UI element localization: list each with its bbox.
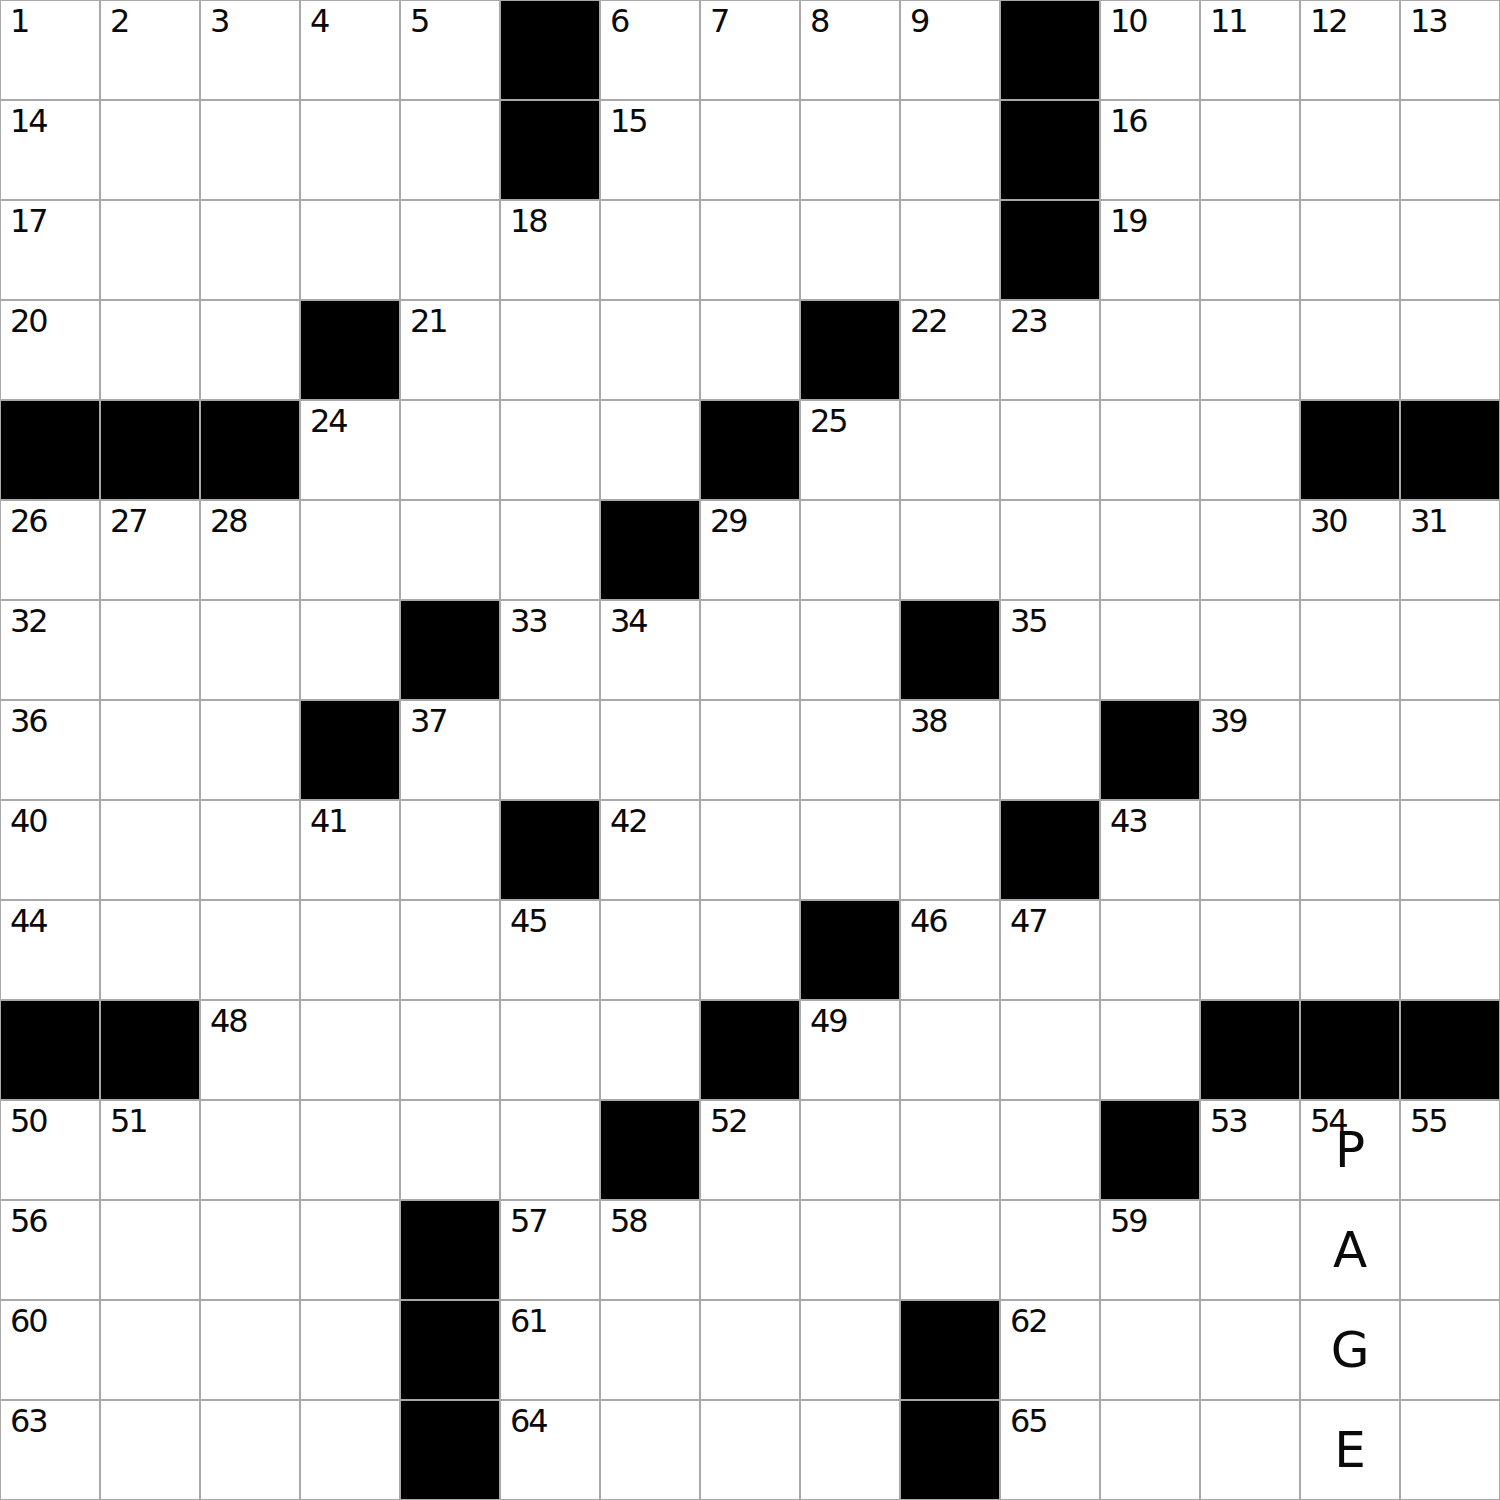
grid-cell[interactable] [1300,300,1400,400]
grid-cell[interactable] [100,1300,200,1400]
grid-cell[interactable]: 27 [100,500,200,600]
grid-cell[interactable] [500,300,600,400]
clue-number: 47 [1010,905,1047,937]
grid-cell[interactable]: 24 [300,400,400,500]
grid-cell[interactable]: 41 [300,800,400,900]
black-cell [0,1000,100,1100]
grid-cell[interactable] [400,1100,500,1200]
grid-cell[interactable] [800,100,900,200]
grid-cell[interactable]: 8 [800,0,900,100]
clue-number: 62 [1010,1305,1047,1337]
black-cell [400,1300,500,1400]
grid-cell[interactable] [300,1000,400,1100]
grid-cell[interactable] [900,1000,1000,1100]
grid-cell[interactable] [1300,600,1400,700]
grid-cell[interactable] [1300,800,1400,900]
grid-cell[interactable] [600,1300,700,1400]
grid-cell[interactable] [900,500,1000,600]
grid-cell[interactable]: 38 [900,700,1000,800]
grid-cell[interactable] [300,600,400,700]
black-cell [900,600,1000,700]
clue-number: 63 [10,1405,47,1437]
grid-cell[interactable] [1300,200,1400,300]
clue-number: 50 [10,1105,47,1137]
grid-cell[interactable] [800,1100,900,1200]
grid-cell[interactable] [700,100,800,200]
black-cell [1100,700,1200,800]
grid-cell[interactable] [200,700,300,800]
grid-cell[interactable]: 1 [0,0,100,100]
grid-cell[interactable]: 59 [1100,1200,1200,1300]
grid-cell[interactable] [1100,500,1200,600]
grid-cell[interactable] [600,200,700,300]
grid-cell[interactable]: 32 [0,600,100,700]
grid-cell[interactable]: 49 [800,1000,900,1100]
clue-number: 10 [1110,5,1147,37]
clue-number: 16 [1110,105,1147,137]
grid-cell[interactable] [1000,400,1100,500]
clue-number: 58 [610,1205,647,1237]
grid-cell[interactable]: 7 [700,0,800,100]
grid-cell[interactable] [1200,200,1300,300]
grid-cell[interactable] [1200,1400,1300,1500]
clue-number: 33 [510,605,547,637]
grid-cell[interactable] [200,300,300,400]
black-cell [400,1200,500,1300]
grid-cell[interactable]: 21 [400,300,500,400]
grid-cell[interactable]: G [1300,1300,1400,1400]
grid-cell[interactable] [1400,1400,1500,1500]
clue-number: 41 [310,805,347,837]
grid-cell[interactable]: 29 [700,500,800,600]
grid-cell[interactable] [700,200,800,300]
grid-cell[interactable]: 39 [1200,700,1300,800]
grid-cell[interactable] [700,700,800,800]
grid-cell[interactable] [1200,600,1300,700]
grid-cell[interactable]: 22 [900,300,1000,400]
grid-cell[interactable] [100,1200,200,1300]
clue-number: 18 [510,205,547,237]
clue-number: 55 [1410,1105,1447,1137]
clue-number: 24 [310,405,347,437]
grid-cell[interactable] [1400,600,1500,700]
black-cell [100,400,200,500]
grid-cell[interactable]: 56 [0,1200,100,1300]
clue-number: 32 [10,605,47,637]
grid-cell[interactable] [700,600,800,700]
black-cell [600,1100,700,1200]
grid-cell[interactable]: 51 [100,1100,200,1200]
grid-cell[interactable] [100,100,200,200]
grid-cell[interactable] [1400,900,1500,1000]
grid-cell[interactable] [200,600,300,700]
black-cell [200,400,300,500]
clue-number: 46 [910,905,947,937]
clue-number: 56 [10,1205,47,1237]
grid-cell[interactable] [400,800,500,900]
grid-cell[interactable] [200,100,300,200]
grid-cell[interactable] [1200,500,1300,600]
grid-cell[interactable] [200,900,300,1000]
black-cell [1000,100,1100,200]
black-cell [600,500,700,600]
black-cell [500,100,600,200]
black-cell [1300,1000,1400,1100]
clue-number: 28 [210,505,247,537]
grid-cell[interactable] [1200,100,1300,200]
clue-number: 26 [10,505,47,537]
grid-cell[interactable]: 36 [0,700,100,800]
clue-number: 48 [210,1005,247,1037]
black-cell [700,400,800,500]
clue-number: 20 [10,305,47,337]
grid-cell[interactable] [1400,700,1500,800]
grid-cell[interactable]: 4 [300,0,400,100]
clue-number: 34 [610,605,647,637]
grid-cell[interactable] [200,800,300,900]
grid-cell[interactable] [600,900,700,1000]
grid-cell[interactable] [100,1400,200,1500]
cell-letter: P [1301,1101,1399,1199]
grid-cell[interactable] [1100,400,1200,500]
grid-cell[interactable] [1400,300,1500,400]
grid-cell[interactable] [900,1200,1000,1300]
grid-cell[interactable]: 60 [0,1300,100,1400]
cell-letter: G [1301,1301,1399,1399]
clue-number: 37 [410,705,447,737]
grid-cell[interactable] [700,1400,800,1500]
cell-letter: E [1301,1401,1399,1499]
grid-cell[interactable] [900,800,1000,900]
black-cell [500,800,600,900]
grid-cell[interactable] [1200,1300,1300,1400]
clue-number: 8 [810,5,828,37]
clue-number: 44 [10,905,47,937]
clue-number: 38 [910,705,947,737]
black-cell [400,600,500,700]
clue-number: 15 [610,105,647,137]
grid-cell[interactable]: E [1300,1400,1400,1500]
grid-cell[interactable] [1100,1400,1200,1500]
grid-cell[interactable] [600,400,700,500]
clue-number: 51 [110,1105,147,1137]
grid-cell[interactable] [200,200,300,300]
grid-cell[interactable] [200,1200,300,1300]
black-cell [1000,200,1100,300]
grid-cell[interactable] [100,700,200,800]
grid-cell[interactable] [200,1400,300,1500]
grid-cell[interactable] [100,900,200,1000]
grid-cell[interactable]: 47 [1000,900,1100,1000]
grid-cell[interactable]: 19 [1100,200,1200,300]
black-cell [1400,400,1500,500]
grid-cell[interactable]: 42 [600,800,700,900]
grid-cell[interactable]: 20 [0,300,100,400]
grid-cell[interactable] [900,200,1000,300]
grid-cell[interactable] [400,100,500,200]
clue-number: 39 [1210,705,1247,737]
grid-cell[interactable]: 62 [1000,1300,1100,1400]
grid-cell[interactable]: 55 [1400,1100,1500,1200]
grid-cell[interactable] [600,300,700,400]
grid-cell[interactable] [800,1400,900,1500]
grid-cell[interactable] [800,200,900,300]
grid-cell[interactable] [1100,600,1200,700]
clue-number: 65 [1010,1405,1047,1437]
grid-cell[interactable]: 18 [500,200,600,300]
black-cell [1400,1000,1500,1100]
clue-number: 21 [410,305,447,337]
clue-number: 43 [1110,805,1147,837]
grid-cell[interactable] [700,1200,800,1300]
grid-cell[interactable] [1100,1300,1200,1400]
clue-number: 49 [810,1005,847,1037]
grid-cell[interactable] [100,300,200,400]
clue-number: 29 [710,505,747,537]
clue-number: 11 [1210,5,1247,37]
grid-cell[interactable]: 48 [200,1000,300,1100]
grid-cell[interactable]: 3 [200,0,300,100]
clue-number: 25 [810,405,847,437]
grid-cell[interactable] [900,1100,1000,1200]
black-cell [700,1000,800,1100]
grid-cell[interactable] [1100,1000,1200,1100]
clue-number: 61 [510,1305,547,1337]
black-cell [900,1300,1000,1400]
grid-cell[interactable]: 28 [200,500,300,600]
grid-cell[interactable] [100,800,200,900]
grid-cell[interactable]: 25 [800,400,900,500]
black-cell [0,400,100,500]
grid-cell[interactable] [600,700,700,800]
clue-number: 60 [10,1305,47,1337]
black-cell [1000,800,1100,900]
clue-number: 59 [1110,1205,1147,1237]
grid-cell[interactable] [700,900,800,1000]
crossword-grid: 1234567891011121314151617181920212223242… [0,0,1500,1500]
grid-cell[interactable] [1200,300,1300,400]
grid-cell[interactable]: 15 [600,100,700,200]
clue-number: 13 [1410,5,1447,37]
grid-cell[interactable] [400,900,500,1000]
grid-cell[interactable] [400,200,500,300]
grid-cell[interactable]: 16 [1100,100,1200,200]
grid-cell[interactable] [800,600,900,700]
black-cell [300,700,400,800]
grid-cell[interactable] [300,900,400,1000]
grid-cell[interactable]: 37 [400,700,500,800]
black-cell [400,1400,500,1500]
clue-number: 6 [610,5,628,37]
grid-cell[interactable] [800,700,900,800]
clue-number: 52 [710,1105,747,1137]
grid-cell[interactable] [1000,1100,1100,1200]
grid-cell[interactable] [300,1200,400,1300]
grid-cell[interactable]: 54P [1300,1100,1400,1200]
grid-cell[interactable] [1100,900,1200,1000]
grid-cell[interactable] [500,1000,600,1100]
grid-cell[interactable] [1000,1200,1100,1300]
grid-cell[interactable] [1200,800,1300,900]
grid-cell[interactable]: 14 [0,100,100,200]
grid-cell[interactable]: 5 [400,0,500,100]
grid-cell[interactable]: 40 [0,800,100,900]
grid-cell[interactable] [300,1400,400,1500]
black-cell [800,900,900,1000]
grid-cell[interactable]: 53 [1200,1100,1300,1200]
grid-cell[interactable]: 17 [0,200,100,300]
grid-cell[interactable]: 52 [700,1100,800,1200]
grid-cell[interactable] [1100,300,1200,400]
black-cell [1300,400,1400,500]
grid-cell[interactable] [500,1100,600,1200]
clue-number: 7 [710,5,728,37]
clue-number: 30 [1310,505,1347,537]
grid-cell[interactable] [500,700,600,800]
grid-cell[interactable]: 45 [500,900,600,1000]
grid-cell[interactable] [1300,100,1400,200]
grid-cell[interactable] [1000,500,1100,600]
grid-cell[interactable] [700,300,800,400]
clue-number: 64 [510,1405,547,1437]
grid-cell[interactable]: 31 [1400,500,1500,600]
grid-cell[interactable]: 23 [1000,300,1100,400]
grid-cell[interactable] [300,1100,400,1200]
grid-cell[interactable] [1400,1300,1500,1400]
grid-cell[interactable] [500,400,600,500]
grid-cell[interactable]: 10 [1100,0,1200,100]
grid-cell[interactable] [800,500,900,600]
clue-number: 57 [510,1205,547,1237]
grid-cell[interactable]: 30 [1300,500,1400,600]
black-cell [1000,0,1100,100]
clue-number: 3 [210,5,228,37]
grid-cell[interactable]: 9 [900,0,1000,100]
grid-cell[interactable]: 57 [500,1200,600,1300]
black-cell [900,1400,1000,1500]
grid-cell[interactable] [700,800,800,900]
grid-cell[interactable] [1400,200,1500,300]
grid-cell[interactable] [400,400,500,500]
black-cell [500,0,600,100]
clue-number: 14 [10,105,47,137]
clue-number: 2 [110,5,128,37]
grid-cell[interactable] [900,100,1000,200]
grid-cell[interactable]: 58 [600,1200,700,1300]
grid-cell[interactable] [1000,700,1100,800]
black-cell [1200,1000,1300,1100]
grid-cell[interactable] [1200,900,1300,1000]
grid-cell[interactable]: 61 [500,1300,600,1400]
grid-cell[interactable] [1200,400,1300,500]
grid-cell[interactable]: 26 [0,500,100,600]
grid-cell[interactable] [800,1200,900,1300]
grid-cell[interactable] [300,500,400,600]
grid-cell[interactable] [1300,900,1400,1000]
clue-number: 19 [1110,205,1147,237]
grid-cell[interactable]: A [1300,1200,1400,1300]
grid-cell[interactable]: 33 [500,600,600,700]
clue-number: 31 [1410,505,1447,537]
grid-cell[interactable] [200,1100,300,1200]
grid-cell[interactable] [600,1400,700,1500]
grid-cell[interactable]: 50 [0,1100,100,1200]
clue-number: 17 [10,205,47,237]
grid-cell[interactable] [800,1300,900,1400]
clue-number: 27 [110,505,147,537]
grid-cell[interactable] [500,500,600,600]
grid-cell[interactable] [300,1300,400,1400]
grid-cell[interactable]: 12 [1300,0,1400,100]
grid-cell[interactable]: 35 [1000,600,1100,700]
grid-cell[interactable]: 65 [1000,1400,1100,1500]
black-cell [1100,1100,1200,1200]
clue-number: 36 [10,705,47,737]
black-cell [300,300,400,400]
grid-cell[interactable]: 11 [1200,0,1300,100]
grid-cell[interactable] [1400,1200,1500,1300]
grid-cell[interactable]: 2 [100,0,200,100]
black-cell [100,1000,200,1100]
grid-cell[interactable] [100,200,200,300]
grid-cell[interactable] [400,1000,500,1100]
clue-number: 40 [10,805,47,837]
grid-cell[interactable]: 46 [900,900,1000,1000]
grid-cell[interactable]: 63 [0,1400,100,1500]
grid-cell[interactable]: 34 [600,600,700,700]
clue-number: 22 [910,305,947,337]
clue-number: 42 [610,805,647,837]
grid-cell[interactable] [600,1000,700,1100]
clue-number: 23 [1010,305,1047,337]
clue-number: 45 [510,905,547,937]
clue-number: 9 [910,5,928,37]
grid-cell[interactable] [400,500,500,600]
grid-cell[interactable]: 43 [1100,800,1200,900]
grid-cell[interactable] [1000,1000,1100,1100]
black-cell [800,300,900,400]
grid-cell[interactable]: 64 [500,1400,600,1500]
cell-letter: A [1301,1201,1399,1299]
grid-cell[interactable]: 6 [600,0,700,100]
grid-cell[interactable]: 13 [1400,0,1500,100]
grid-cell[interactable] [200,1300,300,1400]
grid-cell[interactable] [900,400,1000,500]
grid-cell[interactable] [800,800,900,900]
grid-cell[interactable] [1300,700,1400,800]
grid-cell[interactable] [700,1300,800,1400]
grid-cell[interactable]: 44 [0,900,100,1000]
grid-cell[interactable] [300,100,400,200]
clue-number: 12 [1310,5,1347,37]
grid-cell[interactable] [1400,100,1500,200]
grid-cell[interactable] [1200,1200,1300,1300]
clue-number: 53 [1210,1105,1247,1137]
clue-number: 4 [310,5,328,37]
clue-number: 5 [410,5,428,37]
grid-cell[interactable] [100,600,200,700]
clue-number: 35 [1010,605,1047,637]
clue-number: 1 [10,5,28,37]
grid-cell[interactable] [1400,800,1500,900]
grid-cell[interactable] [300,200,400,300]
